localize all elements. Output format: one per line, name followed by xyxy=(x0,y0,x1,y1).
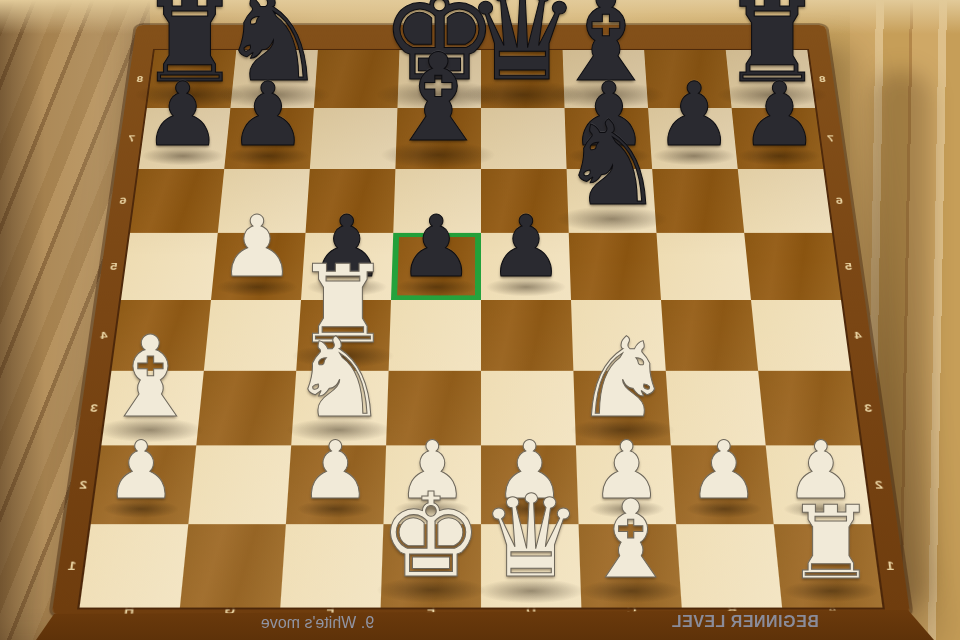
piece-white-queen-d1[interactable]: ♛ xyxy=(480,480,582,594)
piece-white-pawn-b2[interactable]: ♟ xyxy=(688,431,760,511)
piece-black-pawn-b7[interactable]: ♟ xyxy=(655,71,734,159)
piece-black-pawn-e5[interactable]: ♟ xyxy=(398,204,474,289)
piece-white-knight-f3[interactable]: ♞ xyxy=(290,323,389,433)
difficulty-level-text: BEGINNER LEVEL xyxy=(600,613,890,631)
move-status-text: 9. White's move xyxy=(185,614,450,632)
piece-black-bishop-e7[interactable]: ♝ xyxy=(384,38,492,159)
piece-black-pawn-h7[interactable]: ♟ xyxy=(143,71,222,159)
chess-app-scene: 87654321 87654321 HGFEDCBA 9. White's mo… xyxy=(0,0,960,640)
piece-black-pawn-a7[interactable]: ♟ xyxy=(740,71,819,159)
piece-white-bishop-h3[interactable]: ♝ xyxy=(100,321,200,433)
piece-white-pawn-h2[interactable]: ♟ xyxy=(105,431,177,511)
pieces-layer: ♜♝♛♚♞♜♟♟♟♝♟♟♞♟♟♟♟♜♞♞♝♟♟♟♟♟♟♟♜♝♛♚ xyxy=(0,0,960,640)
piece-black-pawn-g7[interactable]: ♟ xyxy=(228,71,307,159)
piece-black-pawn-d5[interactable]: ♟ xyxy=(488,204,564,289)
piece-white-knight-c3[interactable]: ♞ xyxy=(573,323,672,433)
piece-white-rook-a1[interactable]: ♜ xyxy=(785,493,876,594)
piece-white-king-e1[interactable]: ♚ xyxy=(379,478,483,594)
piece-white-bishop-c1[interactable]: ♝ xyxy=(582,486,679,594)
piece-white-pawn-f2[interactable]: ♟ xyxy=(299,431,371,511)
piece-black-knight-c6[interactable]: ♞ xyxy=(560,105,665,222)
piece-white-pawn-g5[interactable]: ♟ xyxy=(219,204,295,289)
